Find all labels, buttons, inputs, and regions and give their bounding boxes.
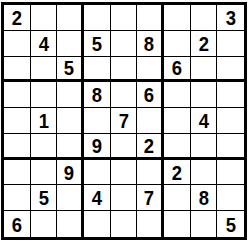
- cell-r4c8[interactable]: [191, 82, 218, 108]
- cell-r3c2[interactable]: [31, 57, 58, 83]
- cell-r6c3[interactable]: [57, 134, 84, 160]
- cell-r5c6[interactable]: [137, 108, 164, 134]
- cell-r4c4: 8: [84, 82, 111, 108]
- cell-r5c7[interactable]: [164, 108, 191, 134]
- cell-r4c7[interactable]: [164, 82, 191, 108]
- cell-r4c3[interactable]: [57, 82, 84, 108]
- given-digit: 2: [12, 7, 22, 28]
- given-digit: 8: [144, 33, 154, 54]
- cell-r7c9[interactable]: [217, 160, 244, 186]
- cell-r1c2[interactable]: [31, 5, 58, 31]
- cell-r6c1[interactable]: [4, 134, 31, 160]
- given-digit: 2: [144, 135, 154, 156]
- given-digit: 5: [38, 187, 48, 208]
- cell-r5c1[interactable]: [4, 108, 31, 134]
- cell-r6c2[interactable]: [31, 134, 58, 160]
- cell-r8c8: 8: [191, 185, 218, 211]
- given-digit: 6: [172, 57, 182, 78]
- cell-r1c5[interactable]: [111, 5, 138, 31]
- cell-r3c3: 5: [57, 57, 84, 83]
- cell-r8c9[interactable]: [217, 185, 244, 211]
- cell-r4c9[interactable]: [217, 82, 244, 108]
- cell-r7c8[interactable]: [191, 160, 218, 186]
- cell-r7c5[interactable]: [111, 160, 138, 186]
- cell-r1c4[interactable]: [84, 5, 111, 31]
- cell-r4c2[interactable]: [31, 82, 58, 108]
- cell-r5c4[interactable]: [84, 108, 111, 134]
- cell-r9c4[interactable]: [84, 211, 111, 237]
- given-digit: 6: [12, 214, 22, 235]
- cell-r1c7[interactable]: [164, 5, 191, 31]
- given-digit: 4: [92, 187, 102, 208]
- given-digit: 2: [198, 33, 208, 54]
- given-digit: 5: [226, 214, 236, 235]
- cell-r6c4: 9: [84, 134, 111, 160]
- cell-r7c2[interactable]: [31, 160, 58, 186]
- cell-r2c4: 5: [84, 31, 111, 57]
- cell-r3c6[interactable]: [137, 57, 164, 83]
- given-digit: 4: [38, 33, 48, 54]
- cell-r3c7: 6: [164, 57, 191, 83]
- cell-r7c6[interactable]: [137, 160, 164, 186]
- sudoku-puzzle-page: 23458256861749292547865: [0, 0, 249, 241]
- given-digit: 5: [64, 57, 74, 78]
- cell-r1c6[interactable]: [137, 5, 164, 31]
- cell-r8c3[interactable]: [57, 185, 84, 211]
- given-digit: 7: [144, 187, 154, 208]
- cell-r3c5[interactable]: [111, 57, 138, 83]
- cell-r2c6: 8: [137, 31, 164, 57]
- cell-r9c5[interactable]: [111, 211, 138, 237]
- cell-r6c9[interactable]: [217, 134, 244, 160]
- cell-r8c5[interactable]: [111, 185, 138, 211]
- cell-r3c8[interactable]: [191, 57, 218, 83]
- cell-r3c1[interactable]: [4, 57, 31, 83]
- cell-r2c3[interactable]: [57, 31, 84, 57]
- cell-r2c7[interactable]: [164, 31, 191, 57]
- cell-r4c5[interactable]: [111, 82, 138, 108]
- cell-r9c2[interactable]: [31, 211, 58, 237]
- cell-r6c8[interactable]: [191, 134, 218, 160]
- given-digit: 9: [92, 135, 102, 156]
- cell-r7c3: 9: [57, 160, 84, 186]
- cell-r6c5[interactable]: [111, 134, 138, 160]
- sudoku-board: 23458256861749292547865: [1, 2, 247, 240]
- cell-r4c6: 6: [137, 82, 164, 108]
- given-digit: 8: [92, 84, 102, 105]
- given-digit: 5: [92, 33, 102, 54]
- given-digit: 4: [198, 110, 208, 131]
- cell-r8c2: 5: [31, 185, 58, 211]
- cell-r7c7: 2: [164, 160, 191, 186]
- cell-r2c5[interactable]: [111, 31, 138, 57]
- cell-r1c1: 2: [4, 5, 31, 31]
- cell-r9c7[interactable]: [164, 211, 191, 237]
- cell-r2c1[interactable]: [4, 31, 31, 57]
- given-digit: 6: [144, 84, 154, 105]
- given-digit: 3: [226, 7, 236, 28]
- cell-r8c7[interactable]: [164, 185, 191, 211]
- cell-r2c2: 4: [31, 31, 58, 57]
- cell-r5c9[interactable]: [217, 108, 244, 134]
- cell-r3c9[interactable]: [217, 57, 244, 83]
- given-digit: 2: [172, 162, 182, 183]
- cell-r8c4: 4: [84, 185, 111, 211]
- cell-r1c3[interactable]: [57, 5, 84, 31]
- cell-r9c1: 6: [4, 211, 31, 237]
- cell-r5c8: 4: [191, 108, 218, 134]
- cell-r8c6: 7: [137, 185, 164, 211]
- cell-r5c3[interactable]: [57, 108, 84, 134]
- cell-r6c7[interactable]: [164, 134, 191, 160]
- cell-r9c3[interactable]: [57, 211, 84, 237]
- cell-r2c9[interactable]: [217, 31, 244, 57]
- cell-r3c4[interactable]: [84, 57, 111, 83]
- cell-r1c9: 3: [217, 5, 244, 31]
- cell-r7c1[interactable]: [4, 160, 31, 186]
- cell-r8c1[interactable]: [4, 185, 31, 211]
- given-digit: 7: [118, 110, 128, 131]
- cell-r9c8[interactable]: [191, 211, 218, 237]
- cell-r7c4[interactable]: [84, 160, 111, 186]
- cell-r4c1[interactable]: [4, 82, 31, 108]
- cell-r1c8[interactable]: [191, 5, 218, 31]
- cell-r9c9: 5: [217, 211, 244, 237]
- cell-r5c5: 7: [111, 108, 138, 134]
- given-digit: 1: [38, 110, 48, 131]
- cell-r6c6: 2: [137, 134, 164, 160]
- cell-r9c6[interactable]: [137, 211, 164, 237]
- given-digit: 8: [198, 187, 208, 208]
- cell-r2c8: 2: [191, 31, 218, 57]
- cell-r5c2: 1: [31, 108, 58, 134]
- given-digit: 9: [64, 162, 74, 183]
